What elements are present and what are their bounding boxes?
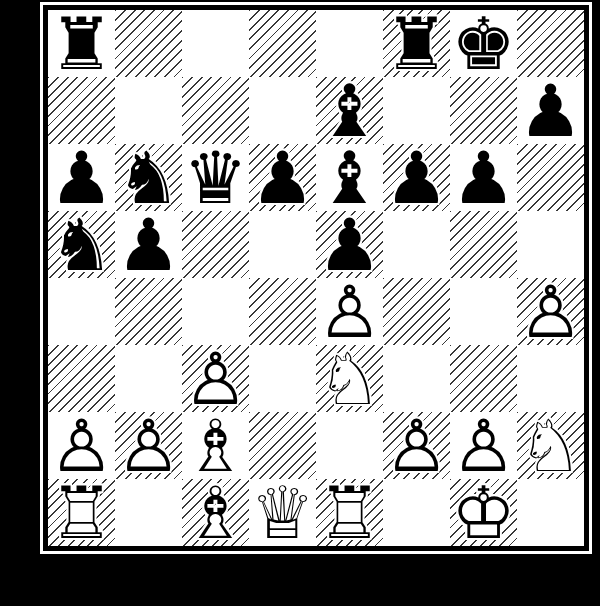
white-pawn-halo: ♟ — [115, 412, 182, 479]
white-pawn-icon: ♙ — [182, 345, 249, 412]
square-h8[interactable] — [517, 10, 584, 77]
black-pawn-halo: ♟ — [517, 77, 584, 144]
square-c1[interactable]: ♝♗ — [182, 479, 249, 546]
black-rook-halo: ♜ — [48, 10, 115, 77]
chess-board-frame: ♜♜♜♜♚♚♝♝♟♟♟♟♞♞♛♛♟♟♝♝♟♟♟♟♞♞♟♟♟♟♟♙♟♙♟♙♞♘♟♙… — [40, 2, 592, 554]
square-h6[interactable] — [517, 144, 584, 211]
square-h5[interactable] — [517, 211, 584, 278]
white-pawn-halo: ♟ — [517, 278, 584, 345]
chess-board: ♜♜♜♜♚♚♝♝♟♟♟♟♞♞♛♛♟♟♝♝♟♟♟♟♞♞♟♟♟♟♟♙♟♙♟♙♞♘♟♙… — [48, 10, 584, 546]
white-pawn-icon: ♙ — [316, 278, 383, 345]
square-c4[interactable] — [182, 278, 249, 345]
white-pawn-icon: ♙ — [383, 412, 450, 479]
black-pawn-halo: ♟ — [316, 211, 383, 278]
square-f6[interactable]: ♟♟ — [383, 144, 450, 211]
white-pawn-halo: ♟ — [316, 278, 383, 345]
square-c3[interactable]: ♟♙ — [182, 345, 249, 412]
square-e8[interactable] — [316, 10, 383, 77]
white-rook-halo: ♜ — [316, 479, 383, 546]
black-pawn-halo: ♟ — [115, 211, 182, 278]
square-f7[interactable] — [383, 77, 450, 144]
square-d7[interactable] — [249, 77, 316, 144]
black-pawn-halo: ♟ — [383, 144, 450, 211]
square-b6[interactable]: ♞♞ — [115, 144, 182, 211]
square-a6[interactable]: ♟♟ — [48, 144, 115, 211]
white-king-icon: ♔ — [450, 479, 517, 546]
square-e3[interactable]: ♞♘ — [316, 345, 383, 412]
square-g4[interactable] — [450, 278, 517, 345]
black-pawn-icon: ♟ — [48, 144, 115, 211]
square-e1[interactable]: ♜♖ — [316, 479, 383, 546]
square-b2[interactable]: ♟♙ — [115, 412, 182, 479]
white-rook-icon: ♖ — [48, 479, 115, 546]
black-bishop-halo: ♝ — [316, 77, 383, 144]
square-f2[interactable]: ♟♙ — [383, 412, 450, 479]
square-d8[interactable] — [249, 10, 316, 77]
white-pawn-halo: ♟ — [48, 412, 115, 479]
square-h4[interactable]: ♟♙ — [517, 278, 584, 345]
square-g6[interactable]: ♟♟ — [450, 144, 517, 211]
square-a7[interactable] — [48, 77, 115, 144]
white-knight-icon: ♘ — [316, 345, 383, 412]
white-pawn-icon: ♙ — [450, 412, 517, 479]
black-pawn-halo: ♟ — [249, 144, 316, 211]
white-queen-icon: ♕ — [249, 479, 316, 546]
square-c2[interactable]: ♝♗ — [182, 412, 249, 479]
square-c8[interactable] — [182, 10, 249, 77]
square-e7[interactable]: ♝♝ — [316, 77, 383, 144]
square-g5[interactable] — [450, 211, 517, 278]
square-a4[interactable] — [48, 278, 115, 345]
black-pawn-halo: ♟ — [450, 144, 517, 211]
black-pawn-halo: ♟ — [48, 144, 115, 211]
white-rook-halo: ♜ — [48, 479, 115, 546]
chess-board-border: ♜♜♜♜♚♚♝♝♟♟♟♟♞♞♛♛♟♟♝♝♟♟♟♟♞♞♟♟♟♟♟♙♟♙♟♙♞♘♟♙… — [43, 5, 589, 551]
square-h2[interactable]: ♞♘ — [517, 412, 584, 479]
square-h3[interactable] — [517, 345, 584, 412]
black-pawn-icon: ♟ — [316, 211, 383, 278]
black-pawn-icon: ♟ — [517, 77, 584, 144]
square-b3[interactable] — [115, 345, 182, 412]
square-f1[interactable] — [383, 479, 450, 546]
black-pawn-icon: ♟ — [249, 144, 316, 211]
black-bishop-halo: ♝ — [316, 144, 383, 211]
white-king-halo: ♚ — [450, 479, 517, 546]
white-pawn-halo: ♟ — [182, 345, 249, 412]
white-knight-halo: ♞ — [517, 412, 584, 479]
black-bishop-icon: ♝ — [316, 144, 383, 211]
square-g1[interactable]: ♚♔ — [450, 479, 517, 546]
black-king-halo: ♚ — [450, 10, 517, 77]
white-queen-halo: ♛ — [249, 479, 316, 546]
white-bishop-icon: ♗ — [182, 412, 249, 479]
square-d6[interactable]: ♟♟ — [249, 144, 316, 211]
white-pawn-icon: ♙ — [517, 278, 584, 345]
square-c6[interactable]: ♛♛ — [182, 144, 249, 211]
square-b8[interactable] — [115, 10, 182, 77]
black-pawn-icon: ♟ — [115, 211, 182, 278]
square-d1[interactable]: ♛♕ — [249, 479, 316, 546]
square-d4[interactable] — [249, 278, 316, 345]
square-a3[interactable] — [48, 345, 115, 412]
black-rook-halo: ♜ — [383, 10, 450, 77]
square-e5[interactable]: ♟♟ — [316, 211, 383, 278]
square-a8[interactable]: ♜♜ — [48, 10, 115, 77]
black-knight-icon: ♞ — [115, 144, 182, 211]
square-g2[interactable]: ♟♙ — [450, 412, 517, 479]
square-e4[interactable]: ♟♙ — [316, 278, 383, 345]
black-queen-halo: ♛ — [182, 144, 249, 211]
square-a5[interactable]: ♞♞ — [48, 211, 115, 278]
square-c5[interactable] — [182, 211, 249, 278]
square-f3[interactable] — [383, 345, 450, 412]
black-king-icon: ♚ — [450, 10, 517, 77]
square-g7[interactable] — [450, 77, 517, 144]
black-pawn-icon: ♟ — [450, 144, 517, 211]
white-bishop-icon: ♗ — [182, 479, 249, 546]
square-e6[interactable]: ♝♝ — [316, 144, 383, 211]
black-bishop-icon: ♝ — [316, 77, 383, 144]
black-knight-icon: ♞ — [48, 211, 115, 278]
square-b1[interactable] — [115, 479, 182, 546]
white-pawn-icon: ♙ — [115, 412, 182, 479]
square-g3[interactable] — [450, 345, 517, 412]
black-knight-halo: ♞ — [115, 144, 182, 211]
square-d5[interactable] — [249, 211, 316, 278]
square-f8[interactable]: ♜♜ — [383, 10, 450, 77]
black-pawn-icon: ♟ — [383, 144, 450, 211]
white-pawn-icon: ♙ — [48, 412, 115, 479]
page-background: ♜♜♜♜♚♚♝♝♟♟♟♟♞♞♛♛♟♟♝♝♟♟♟♟♞♞♟♟♟♟♟♙♟♙♟♙♞♘♟♙… — [0, 0, 600, 606]
square-g8[interactable]: ♚♚ — [450, 10, 517, 77]
white-bishop-halo: ♝ — [182, 412, 249, 479]
black-queen-icon: ♛ — [182, 144, 249, 211]
square-d3[interactable] — [249, 345, 316, 412]
black-rook-icon: ♜ — [383, 10, 450, 77]
square-h1[interactable] — [517, 479, 584, 546]
square-h7[interactable]: ♟♟ — [517, 77, 584, 144]
square-f5[interactable] — [383, 211, 450, 278]
white-bishop-halo: ♝ — [182, 479, 249, 546]
square-b4[interactable] — [115, 278, 182, 345]
black-knight-halo: ♞ — [48, 211, 115, 278]
square-b5[interactable]: ♟♟ — [115, 211, 182, 278]
white-rook-icon: ♖ — [316, 479, 383, 546]
white-pawn-halo: ♟ — [450, 412, 517, 479]
white-pawn-halo: ♟ — [383, 412, 450, 479]
square-a1[interactable]: ♜♖ — [48, 479, 115, 546]
square-b7[interactable] — [115, 77, 182, 144]
square-c7[interactable] — [182, 77, 249, 144]
square-d2[interactable] — [249, 412, 316, 479]
square-f4[interactable] — [383, 278, 450, 345]
black-rook-icon: ♜ — [48, 10, 115, 77]
square-e2[interactable] — [316, 412, 383, 479]
white-knight-halo: ♞ — [316, 345, 383, 412]
white-knight-icon: ♘ — [517, 412, 584, 479]
square-a2[interactable]: ♟♙ — [48, 412, 115, 479]
